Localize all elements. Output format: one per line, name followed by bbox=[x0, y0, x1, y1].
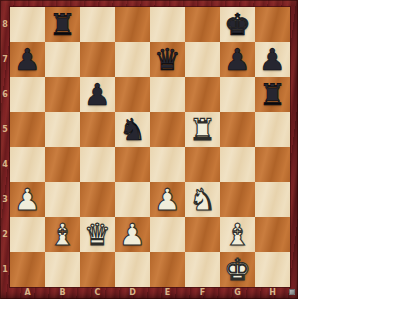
square-f1[interactable] bbox=[185, 252, 220, 287]
square-g3[interactable] bbox=[220, 182, 255, 217]
piece-white-pawn[interactable]: ♟ bbox=[115, 217, 150, 252]
piece-black-pawn[interactable]: ♟ bbox=[220, 42, 255, 77]
square-a2[interactable] bbox=[10, 217, 45, 252]
square-a4[interactable] bbox=[10, 147, 45, 182]
file-label-e: E bbox=[150, 287, 185, 299]
piece-white-pawn[interactable]: ♟ bbox=[150, 182, 185, 217]
square-c8[interactable] bbox=[80, 7, 115, 42]
square-c6[interactable]: ♟ bbox=[80, 77, 115, 112]
square-f7[interactable] bbox=[185, 42, 220, 77]
file-label-h: H bbox=[255, 287, 290, 299]
square-b2[interactable]: ♝ bbox=[45, 217, 80, 252]
square-b8[interactable]: ♜ bbox=[45, 7, 80, 42]
square-a5[interactable] bbox=[10, 112, 45, 147]
square-h7[interactable]: ♟ bbox=[255, 42, 290, 77]
chess-board: ♜♚♟♛♟♟♟♜♞♜♟♟♞♝♛♟♝♚ 87654321 ABCDEFGH bbox=[0, 0, 298, 299]
square-a1[interactable] bbox=[10, 252, 45, 287]
rank-label-1: 1 bbox=[0, 252, 10, 287]
square-e6[interactable] bbox=[150, 77, 185, 112]
square-f6[interactable] bbox=[185, 77, 220, 112]
square-g6[interactable] bbox=[220, 77, 255, 112]
square-g1[interactable]: ♚ bbox=[220, 252, 255, 287]
square-d5[interactable]: ♞ bbox=[115, 112, 150, 147]
square-f3[interactable]: ♞ bbox=[185, 182, 220, 217]
piece-white-queen[interactable]: ♛ bbox=[80, 217, 115, 252]
piece-white-bishop[interactable]: ♝ bbox=[45, 217, 80, 252]
piece-black-pawn[interactable]: ♟ bbox=[10, 42, 45, 77]
square-g7[interactable]: ♟ bbox=[220, 42, 255, 77]
square-h2[interactable] bbox=[255, 217, 290, 252]
file-label-b: B bbox=[45, 287, 80, 299]
square-g8[interactable]: ♚ bbox=[220, 7, 255, 42]
rank-label-6: 6 bbox=[0, 77, 10, 112]
piece-black-king[interactable]: ♚ bbox=[220, 7, 255, 42]
square-h4[interactable] bbox=[255, 147, 290, 182]
square-e4[interactable] bbox=[150, 147, 185, 182]
square-d7[interactable] bbox=[115, 42, 150, 77]
square-d4[interactable] bbox=[115, 147, 150, 182]
square-b1[interactable] bbox=[45, 252, 80, 287]
square-c4[interactable] bbox=[80, 147, 115, 182]
square-g5[interactable] bbox=[220, 112, 255, 147]
square-h5[interactable] bbox=[255, 112, 290, 147]
rank-label-7: 7 bbox=[0, 42, 10, 77]
piece-black-pawn[interactable]: ♟ bbox=[255, 42, 290, 77]
square-b4[interactable] bbox=[45, 147, 80, 182]
square-d2[interactable]: ♟ bbox=[115, 217, 150, 252]
square-d6[interactable] bbox=[115, 77, 150, 112]
square-a8[interactable] bbox=[10, 7, 45, 42]
square-c5[interactable] bbox=[80, 112, 115, 147]
piece-white-pawn[interactable]: ♟ bbox=[10, 182, 45, 217]
square-d8[interactable] bbox=[115, 7, 150, 42]
square-c1[interactable] bbox=[80, 252, 115, 287]
square-h1[interactable] bbox=[255, 252, 290, 287]
square-h6[interactable]: ♜ bbox=[255, 77, 290, 112]
square-e2[interactable] bbox=[150, 217, 185, 252]
rank-label-5: 5 bbox=[0, 112, 10, 147]
piece-white-knight[interactable]: ♞ bbox=[185, 182, 220, 217]
square-f5[interactable]: ♜ bbox=[185, 112, 220, 147]
square-g2[interactable]: ♝ bbox=[220, 217, 255, 252]
square-d3[interactable] bbox=[115, 182, 150, 217]
square-c7[interactable] bbox=[80, 42, 115, 77]
square-b5[interactable] bbox=[45, 112, 80, 147]
file-label-d: D bbox=[115, 287, 150, 299]
piece-black-pawn[interactable]: ♟ bbox=[80, 77, 115, 112]
resize-handle-icon bbox=[289, 289, 295, 295]
square-f4[interactable] bbox=[185, 147, 220, 182]
file-label-f: F bbox=[185, 287, 220, 299]
square-a7[interactable]: ♟ bbox=[10, 42, 45, 77]
rank-label-2: 2 bbox=[0, 217, 10, 252]
board-squares: ♜♚♟♛♟♟♟♜♞♜♟♟♞♝♛♟♝♚ bbox=[10, 7, 290, 287]
square-c3[interactable] bbox=[80, 182, 115, 217]
square-f8[interactable] bbox=[185, 7, 220, 42]
square-c2[interactable]: ♛ bbox=[80, 217, 115, 252]
square-a6[interactable] bbox=[10, 77, 45, 112]
square-b3[interactable] bbox=[45, 182, 80, 217]
file-label-c: C bbox=[80, 287, 115, 299]
square-a3[interactable]: ♟ bbox=[10, 182, 45, 217]
square-f2[interactable] bbox=[185, 217, 220, 252]
piece-black-rook[interactable]: ♜ bbox=[45, 7, 80, 42]
file-label-g: G bbox=[220, 287, 255, 299]
square-e7[interactable]: ♛ bbox=[150, 42, 185, 77]
square-h3[interactable] bbox=[255, 182, 290, 217]
square-b7[interactable] bbox=[45, 42, 80, 77]
square-e3[interactable]: ♟ bbox=[150, 182, 185, 217]
square-b6[interactable] bbox=[45, 77, 80, 112]
rank-label-8: 8 bbox=[0, 7, 10, 42]
rank-label-4: 4 bbox=[0, 147, 10, 182]
square-h8[interactable] bbox=[255, 7, 290, 42]
piece-white-rook[interactable]: ♜ bbox=[185, 112, 220, 147]
square-d1[interactable] bbox=[115, 252, 150, 287]
square-e8[interactable] bbox=[150, 7, 185, 42]
file-label-a: A bbox=[10, 287, 45, 299]
square-e1[interactable] bbox=[150, 252, 185, 287]
piece-white-king[interactable]: ♚ bbox=[220, 252, 255, 287]
piece-black-rook[interactable]: ♜ bbox=[255, 77, 290, 112]
piece-black-knight[interactable]: ♞ bbox=[115, 112, 150, 147]
square-g4[interactable] bbox=[220, 147, 255, 182]
square-e5[interactable] bbox=[150, 112, 185, 147]
piece-black-queen[interactable]: ♛ bbox=[150, 42, 185, 77]
piece-white-bishop[interactable]: ♝ bbox=[220, 217, 255, 252]
rank-label-3: 3 bbox=[0, 182, 10, 217]
